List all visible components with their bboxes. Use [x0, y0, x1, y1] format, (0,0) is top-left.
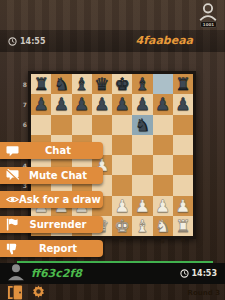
piece-black-king[interactable]: ♚ — [115, 74, 130, 94]
square-h8[interactable]: ♜ — [173, 74, 193, 94]
piece-white-pawn[interactable]: ♟ — [135, 196, 150, 216]
square-g2[interactable]: ♟ — [153, 196, 173, 216]
square-h1[interactable]: ♜ — [173, 216, 193, 236]
piece-black-pawn[interactable]: ♟ — [74, 94, 89, 114]
square-d6[interactable] — [92, 115, 112, 135]
chat-icon — [6, 144, 19, 157]
square-e5[interactable] — [112, 135, 132, 155]
piece-white-king[interactable]: ♚ — [115, 216, 130, 236]
round-indicator: Round 3 — [188, 289, 220, 297]
piece-white-bishop[interactable]: ♝ — [135, 216, 150, 236]
piece-black-pawn[interactable]: ♟ — [94, 94, 109, 114]
clock-icon — [8, 37, 17, 46]
ask-draw-button[interactable]: Ask for a draw — [0, 191, 103, 208]
report-button[interactable]: Report — [0, 240, 103, 257]
opponent-bar: 14:55 4faabeaa — [0, 30, 225, 52]
square-f3[interactable] — [132, 175, 152, 195]
file-label-e: e — [112, 236, 132, 244]
square-f1[interactable]: ♝ — [132, 216, 152, 236]
chat-label: Chat — [19, 145, 103, 156]
square-h4[interactable] — [173, 155, 193, 175]
piece-black-rook[interactable]: ♜ — [34, 74, 49, 94]
mute-chat-label: Mute Chat — [19, 170, 103, 181]
square-e4[interactable] — [112, 155, 132, 175]
file-label-f: f — [132, 236, 152, 244]
square-f4[interactable] — [132, 155, 152, 175]
report-label: Report — [19, 243, 103, 254]
square-e8[interactable]: ♚ — [112, 74, 132, 94]
draw-offer-icon — [6, 193, 19, 206]
piece-black-knight[interactable]: ♞ — [54, 74, 69, 94]
opponent-timer: 14:55 — [20, 37, 45, 46]
square-h7[interactable]: ♟ — [173, 94, 193, 114]
square-b8[interactable]: ♞ — [51, 74, 71, 94]
piece-white-rook[interactable]: ♜ — [175, 216, 190, 236]
square-d7[interactable]: ♟ — [92, 94, 112, 114]
player-timer: 14:53 — [192, 269, 217, 278]
square-f8[interactable]: ♝ — [132, 74, 152, 94]
report-thumbs-down-icon — [6, 242, 19, 255]
square-h3[interactable] — [173, 175, 193, 195]
piece-black-pawn[interactable]: ♟ — [54, 94, 69, 114]
square-f2[interactable]: ♟ — [132, 196, 152, 216]
square-e7[interactable]: ♟ — [112, 94, 132, 114]
mute-chat-button[interactable]: Mute Chat — [0, 167, 103, 184]
square-c6[interactable] — [72, 115, 92, 135]
square-a8[interactable]: ♜ — [31, 74, 51, 94]
piece-black-knight[interactable]: ♞ — [135, 115, 150, 135]
square-g7[interactable]: ♟ — [153, 94, 173, 114]
piece-black-pawn[interactable]: ♟ — [34, 94, 49, 114]
opponent-clock: 14:55 — [8, 37, 45, 46]
square-b7[interactable]: ♟ — [51, 94, 71, 114]
square-g6[interactable] — [153, 115, 173, 135]
exit-door-icon[interactable] — [7, 285, 24, 300]
surrender-label: Surrender — [19, 219, 103, 230]
square-g8[interactable] — [153, 74, 173, 94]
square-b6[interactable] — [51, 115, 71, 135]
opponent-rating-badge: 1001 — [200, 21, 217, 28]
surrender-button[interactable]: Surrender — [0, 216, 103, 233]
square-c8[interactable]: ♝ — [72, 74, 92, 94]
square-a6[interactable] — [31, 115, 51, 135]
piece-white-pawn[interactable]: ♟ — [115, 196, 130, 216]
square-f6[interactable]: ♞ — [132, 115, 152, 135]
chat-button[interactable]: Chat — [0, 142, 103, 159]
person-filled-icon — [6, 262, 26, 282]
game-screen: 14:55 4faabeaa 1001 87654321 ♜♞♝♛♚♝♜♟♟♟♟… — [0, 0, 225, 300]
square-d8[interactable]: ♛ — [92, 74, 112, 94]
piece-white-pawn[interactable]: ♟ — [155, 196, 170, 216]
player-name: ff63c2f8 — [31, 267, 82, 280]
piece-black-bishop[interactable]: ♝ — [135, 74, 150, 94]
square-g3[interactable] — [153, 175, 173, 195]
square-g1[interactable]: ♞ — [153, 216, 173, 236]
rank-label-8: 8 — [20, 75, 27, 95]
rank-label-6: 6 — [20, 115, 27, 135]
piece-black-pawn[interactable]: ♟ — [115, 94, 130, 114]
surrender-flag-icon — [6, 218, 19, 231]
piece-black-pawn[interactable]: ♟ — [155, 94, 170, 114]
piece-white-pawn[interactable]: ♟ — [175, 196, 190, 216]
time-progress-bar — [17, 261, 213, 263]
piece-white-knight[interactable]: ♞ — [155, 216, 170, 236]
square-e1[interactable]: ♚ — [112, 216, 132, 236]
square-h2[interactable]: ♟ — [173, 196, 193, 216]
file-label-g: g — [153, 236, 173, 244]
square-e6[interactable] — [112, 115, 132, 135]
file-label-h: h — [173, 236, 193, 244]
square-a7[interactable]: ♟ — [31, 94, 51, 114]
clock-icon — [180, 269, 189, 278]
square-f5[interactable] — [132, 135, 152, 155]
player-avatar[interactable] — [6, 262, 26, 286]
square-h5[interactable] — [173, 135, 193, 155]
square-c7[interactable]: ♟ — [72, 94, 92, 114]
square-f7[interactable]: ♟ — [132, 94, 152, 114]
piece-black-pawn[interactable]: ♟ — [135, 94, 150, 114]
player-clock: 14:53 — [180, 269, 217, 278]
piece-black-pawn[interactable]: ♟ — [175, 94, 190, 114]
player-bar: ff63c2f8 14:53 — [0, 263, 225, 284]
square-g4[interactable] — [153, 155, 173, 175]
piece-black-bishop[interactable]: ♝ — [74, 74, 89, 94]
square-e3[interactable] — [112, 175, 132, 195]
square-g5[interactable] — [153, 135, 173, 155]
ask-draw-label: Ask for a draw — [19, 194, 107, 205]
piece-black-queen[interactable]: ♛ — [94, 74, 109, 94]
mute-chat-icon — [6, 169, 19, 182]
square-h6[interactable] — [173, 115, 193, 135]
opponent-name: 4faabeaa — [136, 34, 193, 47]
rank-label-7: 7 — [20, 95, 27, 115]
person-outline-icon — [197, 1, 219, 23]
square-e2[interactable]: ♟ — [112, 196, 132, 216]
piece-black-rook[interactable]: ♜ — [175, 74, 190, 94]
settings-gear-icon[interactable] — [31, 285, 46, 300]
